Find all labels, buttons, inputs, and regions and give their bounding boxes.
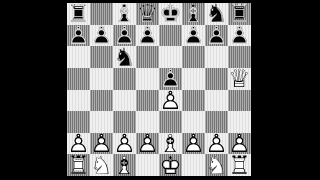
square-a3	[67, 111, 90, 133]
black-pawn-piece: ♟♙	[159, 68, 182, 90]
square-a4	[67, 90, 90, 112]
square-b2: ♟♙	[90, 133, 113, 155]
square-c3	[113, 111, 136, 133]
square-h8: ♜♖	[228, 3, 251, 25]
square-a6	[67, 46, 90, 68]
square-d6	[136, 46, 159, 68]
square-f7: ♟♙	[182, 25, 205, 47]
black-bishop-piece: ♝♗	[182, 3, 205, 25]
white-pawn-piece: ♟♙	[67, 133, 90, 155]
black-pawn-piece: ♟♙	[205, 25, 228, 47]
square-b6	[90, 46, 113, 68]
square-h2: ♟♙	[228, 133, 251, 155]
black-pawn-piece: ♟♙	[228, 25, 251, 47]
square-d7: ♟♙	[136, 25, 159, 47]
white-pawn-piece: ♟♙	[136, 133, 159, 155]
white-pawn-piece: ♟♙	[159, 90, 182, 112]
white-rook-piece: ♜♖	[228, 154, 251, 176]
white-knight-piece: ♞♘	[205, 154, 228, 176]
white-bishop-piece: ♝♗	[159, 133, 182, 155]
square-f8: ♝♗	[182, 3, 205, 25]
square-g7: ♟♙	[205, 25, 228, 47]
black-queen-piece: ♛♕	[136, 3, 159, 25]
square-a1: ♜♖	[67, 154, 90, 176]
white-queen-piece: ♛♕	[228, 68, 251, 90]
square-d8: ♛♕	[136, 3, 159, 25]
black-knight-piece: ♞♘	[113, 46, 136, 68]
square-b5	[90, 68, 113, 90]
square-e7	[159, 25, 182, 47]
square-f4	[182, 90, 205, 112]
square-h1: ♜♖	[228, 154, 251, 176]
white-king-piece: ♚♔	[159, 154, 182, 176]
square-c4	[113, 90, 136, 112]
square-d2: ♟♙	[136, 133, 159, 155]
square-e8: ♚♔	[159, 3, 182, 25]
square-d4	[136, 90, 159, 112]
square-b3	[90, 111, 113, 133]
square-e5: ♟♙	[159, 68, 182, 90]
square-c5	[113, 68, 136, 90]
black-pawn-piece: ♟♙	[113, 25, 136, 47]
square-b4	[90, 90, 113, 112]
square-b7: ♟♙	[90, 25, 113, 47]
black-pawn-piece: ♟♙	[67, 25, 90, 47]
black-pawn-piece: ♟♙	[90, 25, 113, 47]
square-g2: ♟♙	[205, 133, 228, 155]
black-pawn-piece: ♟♙	[182, 25, 205, 47]
square-c7: ♟♙	[113, 25, 136, 47]
square-g1: ♞♘	[205, 154, 228, 176]
square-h6	[228, 46, 251, 68]
white-pawn-piece: ♟♙	[205, 133, 228, 155]
square-c1: ♝♗	[113, 154, 136, 176]
square-a2: ♟♙	[67, 133, 90, 155]
square-a7: ♟♙	[67, 25, 90, 47]
square-e6	[159, 46, 182, 68]
square-g3	[205, 111, 228, 133]
video-frame: ♜♖♝♗♛♕♚♔♝♗♞♘♜♖♟♙♟♙♟♙♟♙♟♙♟♙♟♙♞♘♟♙♛♕♟♙♟♙♟♙…	[0, 0, 320, 180]
square-a5	[67, 68, 90, 90]
square-b1: ♞♘	[90, 154, 113, 176]
square-c6: ♞♘	[113, 46, 136, 68]
white-pawn-piece: ♟♙	[90, 133, 113, 155]
square-c8: ♝♗	[113, 3, 136, 25]
white-knight-piece: ♞♘	[90, 154, 113, 176]
square-f5	[182, 68, 205, 90]
black-knight-piece: ♞♘	[205, 3, 228, 25]
square-d5	[136, 68, 159, 90]
black-bishop-piece: ♝♗	[113, 3, 136, 25]
square-h7: ♟♙	[228, 25, 251, 47]
black-rook-piece: ♜♖	[67, 3, 90, 25]
square-e4: ♟♙	[159, 90, 182, 112]
chess-board: ♜♖♝♗♛♕♚♔♝♗♞♘♜♖♟♙♟♙♟♙♟♙♟♙♟♙♟♙♞♘♟♙♛♕♟♙♟♙♟♙…	[67, 3, 251, 176]
square-h3	[228, 111, 251, 133]
square-d1	[136, 154, 159, 176]
square-f3	[182, 111, 205, 133]
square-h4	[228, 90, 251, 112]
square-h5: ♛♕	[228, 68, 251, 90]
square-f2: ♟♙	[182, 133, 205, 155]
black-rook-piece: ♜♖	[228, 3, 251, 25]
square-a8: ♜♖	[67, 3, 90, 25]
white-pawn-piece: ♟♙	[228, 133, 251, 155]
square-g5	[205, 68, 228, 90]
square-g6	[205, 46, 228, 68]
square-g8: ♞♘	[205, 3, 228, 25]
square-e2: ♝♗	[159, 133, 182, 155]
white-bishop-piece: ♝♗	[113, 154, 136, 176]
square-f6	[182, 46, 205, 68]
black-pawn-piece: ♟♙	[136, 25, 159, 47]
square-e3	[159, 111, 182, 133]
square-g4	[205, 90, 228, 112]
square-f1	[182, 154, 205, 176]
white-rook-piece: ♜♖	[67, 154, 90, 176]
square-b8	[90, 3, 113, 25]
white-pawn-piece: ♟♙	[182, 133, 205, 155]
square-c2: ♟♙	[113, 133, 136, 155]
white-pawn-piece: ♟♙	[113, 133, 136, 155]
square-d3	[136, 111, 159, 133]
black-king-piece: ♚♔	[159, 3, 182, 25]
square-e1: ♚♔	[159, 154, 182, 176]
